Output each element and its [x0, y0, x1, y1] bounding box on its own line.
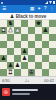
move-indicator: ♟ Black to move — [0, 13, 56, 20]
square-d4[interactable]: ♟ — [21, 48, 28, 55]
square-c8[interactable] — [14, 20, 21, 27]
square-f6[interactable] — [35, 34, 42, 41]
help-icon[interactable]: ? — [44, 5, 47, 13]
square-c4[interactable] — [14, 48, 21, 55]
square-h1[interactable] — [49, 69, 56, 76]
square-d6[interactable] — [21, 34, 28, 41]
square-e8[interactable] — [28, 20, 35, 27]
black-pawn[interactable]: ♟ — [15, 62, 20, 69]
banner-text-placeholder — [12, 89, 54, 95]
square-d5[interactable] — [21, 41, 28, 48]
square-a1[interactable] — [0, 69, 7, 76]
square-b8[interactable]: ♞ — [7, 20, 14, 27]
square-c3[interactable] — [14, 55, 21, 62]
ad-banner[interactable]: ♔ — [0, 84, 56, 100]
square-h4[interactable] — [49, 48, 56, 55]
toolbar: ☰ ▦ ✦ ? ⋮ — [0, 5, 56, 13]
square-g6[interactable] — [42, 34, 49, 41]
white-king-logo-icon: ♔ — [4, 88, 9, 96]
overflow-menu-icon[interactable]: ⋮ — [50, 5, 55, 13]
square-a2[interactable] — [0, 62, 7, 69]
square-g3[interactable] — [42, 55, 49, 62]
square-c5[interactable] — [14, 41, 21, 48]
square-d7[interactable] — [21, 27, 28, 34]
square-e6[interactable] — [28, 34, 35, 41]
square-a5[interactable] — [0, 41, 7, 48]
square-f3[interactable] — [35, 55, 42, 62]
black-pawn[interactable]: ♟ — [1, 55, 6, 62]
square-g8[interactable] — [42, 20, 49, 27]
app-screen: ☰ ▦ ✦ ? ⋮ ♟ Black to move ♞♚♜♟♟♟♟♟♟♟♟♜♚ … — [0, 0, 56, 100]
black-knight[interactable]: ♞ — [8, 20, 13, 27]
square-b2[interactable]: ♟ — [7, 62, 14, 69]
square-c6[interactable] — [14, 34, 21, 41]
square-d8[interactable] — [21, 20, 28, 27]
black-pawn[interactable]: ♟ — [22, 48, 27, 55]
info-bar: 6/30 -/+ 00:42 — [0, 76, 56, 84]
square-d1[interactable] — [21, 69, 28, 76]
notification-icon — [1, 2, 3, 4]
square-b1[interactable]: ♜ — [7, 69, 14, 76]
signal-icon — [45, 1, 48, 4]
black-pawn[interactable]: ♟ — [8, 62, 13, 69]
square-a7[interactable]: ♜ — [0, 27, 7, 34]
white-pawn[interactable]: ♟ — [8, 27, 13, 34]
timer: 00:42 — [44, 78, 54, 83]
square-g7[interactable]: ♟ — [42, 27, 49, 34]
square-d2[interactable] — [21, 62, 28, 69]
black-pawn[interactable]: ♟ — [43, 27, 48, 34]
puzzle-progress: 6/30 — [2, 78, 10, 83]
white-rook[interactable]: ♜ — [8, 69, 13, 76]
square-a4[interactable] — [0, 48, 7, 55]
square-h7[interactable] — [49, 27, 56, 34]
square-b7[interactable]: ♟ — [7, 27, 14, 34]
square-h3[interactable] — [49, 55, 56, 62]
square-f7[interactable] — [35, 27, 42, 34]
square-e1[interactable]: ♚ — [28, 69, 35, 76]
square-e4[interactable] — [28, 48, 35, 55]
square-c1[interactable] — [14, 69, 21, 76]
square-f4[interactable] — [35, 48, 42, 55]
banner-subtitle-bar — [12, 93, 30, 95]
move-indicator-label: Black to move — [16, 14, 47, 19]
white-rook[interactable]: ♜ — [1, 27, 6, 34]
evaluation-label: -/+ — [25, 78, 30, 83]
square-d3[interactable]: ♟ — [21, 55, 28, 62]
square-f5[interactable] — [35, 41, 42, 48]
square-h6[interactable] — [49, 34, 56, 41]
square-a3[interactable]: ♟ — [0, 55, 7, 62]
white-king[interactable]: ♚ — [29, 69, 34, 76]
wifi-icon — [49, 1, 52, 4]
square-a6[interactable] — [0, 34, 7, 41]
square-e7[interactable] — [28, 27, 35, 34]
menu-icon[interactable]: ☰ — [2, 5, 6, 13]
black-pawn[interactable]: ♟ — [22, 55, 27, 62]
square-g2[interactable] — [42, 62, 49, 69]
square-b5[interactable] — [7, 41, 14, 48]
square-b4[interactable] — [7, 48, 14, 55]
square-g5[interactable] — [42, 41, 49, 48]
board-icon[interactable]: ▦ — [30, 5, 34, 13]
square-c7[interactable]: ♟ — [14, 27, 21, 34]
square-h5[interactable] — [49, 41, 56, 48]
square-f8[interactable]: ♚ — [35, 20, 42, 27]
square-g4[interactable] — [42, 48, 49, 55]
black-king[interactable]: ♚ — [36, 20, 41, 27]
hint-icon[interactable]: ✦ — [37, 5, 41, 13]
battery-icon — [53, 1, 55, 4]
square-b3[interactable] — [7, 55, 14, 62]
square-a8[interactable] — [0, 20, 7, 27]
square-e3[interactable] — [28, 55, 35, 62]
square-e5[interactable] — [28, 41, 35, 48]
square-f2[interactable] — [35, 62, 42, 69]
square-b6[interactable] — [7, 34, 14, 41]
chess-king-logo: ♔ — [2, 88, 10, 96]
chess-board[interactable]: ♞♚♜♟♟♟♟♟♟♟♟♜♚ — [0, 20, 56, 76]
square-h2[interactable] — [49, 62, 56, 69]
square-c2[interactable]: ♟ — [14, 62, 21, 69]
black-pawn-icon: ♟ — [10, 13, 14, 20]
banner-title-bar — [12, 89, 38, 91]
white-pawn[interactable]: ♟ — [15, 27, 20, 34]
square-f1[interactable] — [35, 69, 42, 76]
square-g1[interactable] — [42, 69, 49, 76]
square-e2[interactable] — [28, 62, 35, 69]
square-h8[interactable] — [49, 20, 56, 27]
